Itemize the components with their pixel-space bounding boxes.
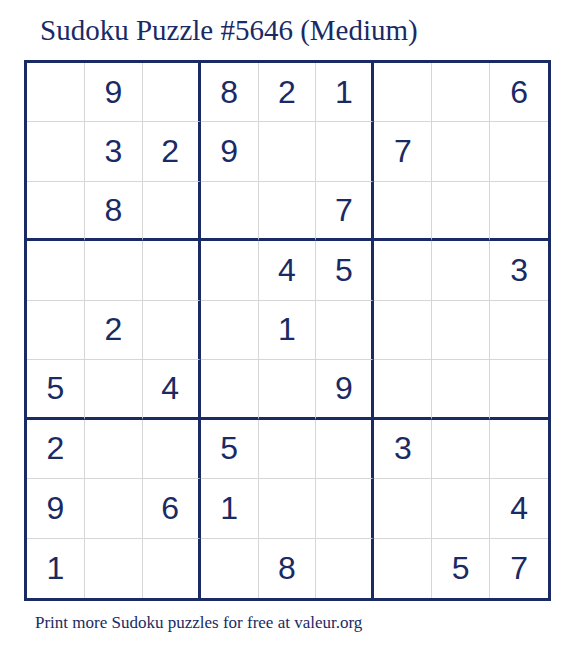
cell-r5c1 [27,301,85,360]
sudoku-page: Sudoku Puzzle #5646 (Medium) 98216329787… [0,0,574,651]
cell-r8c8 [432,479,490,538]
cell-r9c4 [201,539,259,598]
cell-r3c7 [374,182,432,241]
cell-r8c5 [259,479,317,538]
cell-r4c4 [201,241,259,300]
cell-r9c6 [316,539,374,598]
cell-r1c7 [374,63,432,122]
cell-r7c9 [490,420,548,479]
cell-r7c6 [316,420,374,479]
cell-r3c6: 7 [316,182,374,241]
cell-r1c5: 2 [259,63,317,122]
cell-r8c3: 6 [143,479,201,538]
cell-r5c3 [143,301,201,360]
cell-r1c2: 9 [85,63,143,122]
cell-r5c4 [201,301,259,360]
cell-r1c4: 8 [201,63,259,122]
cell-r6c1: 5 [27,360,85,419]
cell-r3c4 [201,182,259,241]
cell-r9c3 [143,539,201,598]
cell-r7c3 [143,420,201,479]
cell-r1c1 [27,63,85,122]
cell-r4c2 [85,241,143,300]
cell-r7c4: 5 [201,420,259,479]
cell-r9c2 [85,539,143,598]
cell-r8c2 [85,479,143,538]
sudoku-board: 982163297874532154925396141857 [24,60,551,601]
cell-r1c6: 1 [316,63,374,122]
cell-r5c9 [490,301,548,360]
cell-r8c9: 4 [490,479,548,538]
cell-r2c4: 9 [201,122,259,181]
cell-r3c1 [27,182,85,241]
cell-r8c4: 1 [201,479,259,538]
cell-r7c2 [85,420,143,479]
cell-r1c8 [432,63,490,122]
page-title: Sudoku Puzzle #5646 (Medium) [40,14,418,47]
cell-r2c8 [432,122,490,181]
cell-r4c5: 4 [259,241,317,300]
cell-r4c8 [432,241,490,300]
cell-r3c2: 8 [85,182,143,241]
cell-r5c2: 2 [85,301,143,360]
cell-r3c8 [432,182,490,241]
cell-r1c9: 6 [490,63,548,122]
cell-r8c1: 9 [27,479,85,538]
cell-r6c8 [432,360,490,419]
cell-r7c7: 3 [374,420,432,479]
cell-r7c5 [259,420,317,479]
cell-r9c7 [374,539,432,598]
cell-r6c3: 4 [143,360,201,419]
cell-r1c3 [143,63,201,122]
cell-r2c7: 7 [374,122,432,181]
cell-r6c4 [201,360,259,419]
cell-r9c8: 5 [432,539,490,598]
cell-r9c9: 7 [490,539,548,598]
cell-r6c7 [374,360,432,419]
cell-r6c9 [490,360,548,419]
footer-text: Print more Sudoku puzzles for free at va… [35,613,362,633]
cell-r4c9: 3 [490,241,548,300]
cell-r7c8 [432,420,490,479]
cell-r3c9 [490,182,548,241]
cell-r2c2: 3 [85,122,143,181]
cell-r5c6 [316,301,374,360]
cell-r7c1: 2 [27,420,85,479]
cell-r9c1: 1 [27,539,85,598]
cell-r8c7 [374,479,432,538]
cell-r2c9 [490,122,548,181]
cell-r4c1 [27,241,85,300]
cell-r8c6 [316,479,374,538]
cell-r6c6: 9 [316,360,374,419]
cell-r6c5 [259,360,317,419]
cell-r2c1 [27,122,85,181]
cell-r2c6 [316,122,374,181]
cell-r4c3 [143,241,201,300]
cell-r4c6: 5 [316,241,374,300]
cell-r3c3 [143,182,201,241]
cell-r3c5 [259,182,317,241]
cell-r6c2 [85,360,143,419]
cell-r2c3: 2 [143,122,201,181]
cell-r2c5 [259,122,317,181]
cell-r5c8 [432,301,490,360]
cell-r5c7 [374,301,432,360]
cell-r9c5: 8 [259,539,317,598]
cell-r5c5: 1 [259,301,317,360]
cell-r4c7 [374,241,432,300]
